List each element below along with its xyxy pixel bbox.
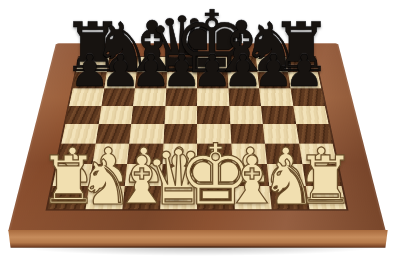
square-h5[interactable] — [293, 106, 329, 124]
square-e5[interactable] — [197, 106, 230, 124]
piece-h7-black-pawn[interactable]: ♟ — [284, 50, 323, 94]
square-c5[interactable] — [131, 106, 165, 124]
square-d5[interactable] — [164, 106, 197, 124]
piece-h1-white-rook[interactable]: ♜ — [296, 149, 355, 215]
square-f5[interactable] — [229, 106, 263, 124]
board-ground-shadow — [14, 246, 382, 256]
chess-photo-scene: ♜♞♝♛♚♝♞♜♟♟♟♟♟♟♟♟♟♟♟♟♟♟♟♟♜♞♝♛♚♝♞♜ — [0, 0, 400, 260]
square-b5[interactable] — [98, 106, 133, 124]
square-g5[interactable] — [261, 106, 296, 124]
square-a5[interactable] — [65, 106, 101, 124]
